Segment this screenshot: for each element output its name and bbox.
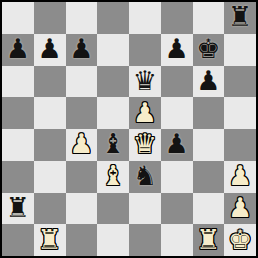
white-king-piece[interactable]: ♚ — [228, 226, 252, 253]
square-c6[interactable] — [66, 66, 98, 98]
square-h7[interactable] — [224, 34, 256, 66]
square-g4[interactable] — [193, 129, 225, 161]
square-g1[interactable]: ♜ — [193, 224, 225, 256]
black-king-piece[interactable]: ♚ — [196, 35, 220, 62]
square-e6[interactable]: ♛ — [129, 66, 161, 98]
square-g2[interactable] — [193, 193, 225, 225]
square-e2[interactable] — [129, 193, 161, 225]
black-pawn-piece[interactable]: ♟ — [38, 35, 62, 62]
black-bishop-piece[interactable]: ♝ — [101, 130, 125, 157]
square-c1[interactable] — [66, 224, 98, 256]
square-a4[interactable] — [2, 129, 34, 161]
square-a7[interactable]: ♟ — [2, 34, 34, 66]
square-e1[interactable] — [129, 224, 161, 256]
square-f4[interactable]: ♟ — [161, 129, 193, 161]
square-b3[interactable] — [34, 161, 66, 193]
square-g8[interactable] — [193, 2, 225, 34]
square-e4[interactable]: ♛ — [129, 129, 161, 161]
white-pawn-piece[interactable]: ♟ — [133, 99, 157, 126]
white-rook-piece[interactable]: ♜ — [196, 226, 220, 253]
square-a2[interactable]: ♜ — [2, 193, 34, 225]
square-d2[interactable] — [97, 193, 129, 225]
square-h8[interactable]: ♜ — [224, 2, 256, 34]
square-f8[interactable] — [161, 2, 193, 34]
black-pawn-piece[interactable]: ♟ — [165, 35, 189, 62]
square-c4[interactable]: ♟ — [66, 129, 98, 161]
black-rook-piece[interactable]: ♜ — [6, 194, 30, 221]
square-b1[interactable]: ♜ — [34, 224, 66, 256]
square-h1[interactable]: ♚ — [224, 224, 256, 256]
white-pawn-piece[interactable]: ♟ — [228, 162, 252, 189]
square-f3[interactable] — [161, 161, 193, 193]
square-b4[interactable] — [34, 129, 66, 161]
black-pawn-piece[interactable]: ♟ — [165, 130, 189, 157]
square-e5[interactable]: ♟ — [129, 97, 161, 129]
square-d4[interactable]: ♝ — [97, 129, 129, 161]
square-h3[interactable]: ♟ — [224, 161, 256, 193]
square-c8[interactable] — [66, 2, 98, 34]
black-pawn-piece[interactable]: ♟ — [196, 67, 220, 94]
square-b2[interactable] — [34, 193, 66, 225]
square-d8[interactable] — [97, 2, 129, 34]
square-d5[interactable] — [97, 97, 129, 129]
white-bishop-piece[interactable]: ♝ — [101, 162, 125, 189]
white-pawn-piece[interactable]: ♟ — [69, 130, 93, 157]
black-pawn-piece[interactable]: ♟ — [69, 35, 93, 62]
square-a3[interactable] — [2, 161, 34, 193]
square-d6[interactable] — [97, 66, 129, 98]
square-c7[interactable]: ♟ — [66, 34, 98, 66]
chess-board: ♜♟♟♟♟♚♛♟♟♟♝♛♟♝♞♟♜♟♜♜♚ — [0, 0, 258, 258]
chess-app: ♜♟♟♟♟♚♛♟♟♟♝♛♟♝♞♟♜♟♜♜♚ — [0, 0, 258, 258]
black-pawn-piece[interactable]: ♟ — [6, 35, 30, 62]
white-rook-piece[interactable]: ♜ — [38, 226, 62, 253]
square-a1[interactable] — [2, 224, 34, 256]
square-d1[interactable] — [97, 224, 129, 256]
square-g7[interactable]: ♚ — [193, 34, 225, 66]
square-b6[interactable] — [34, 66, 66, 98]
black-knight-piece[interactable]: ♞ — [133, 162, 157, 189]
square-a6[interactable] — [2, 66, 34, 98]
square-h6[interactable] — [224, 66, 256, 98]
black-queen-piece[interactable]: ♛ — [133, 67, 157, 94]
black-rook-piece[interactable]: ♜ — [228, 3, 252, 30]
square-f1[interactable] — [161, 224, 193, 256]
square-g6[interactable]: ♟ — [193, 66, 225, 98]
square-b8[interactable] — [34, 2, 66, 34]
square-f6[interactable] — [161, 66, 193, 98]
square-h4[interactable] — [224, 129, 256, 161]
square-d7[interactable] — [97, 34, 129, 66]
square-h2[interactable]: ♟ — [224, 193, 256, 225]
square-c5[interactable] — [66, 97, 98, 129]
square-b5[interactable] — [34, 97, 66, 129]
square-f2[interactable] — [161, 193, 193, 225]
square-e7[interactable] — [129, 34, 161, 66]
square-g5[interactable] — [193, 97, 225, 129]
square-f7[interactable]: ♟ — [161, 34, 193, 66]
square-f5[interactable] — [161, 97, 193, 129]
square-c2[interactable] — [66, 193, 98, 225]
square-a5[interactable] — [2, 97, 34, 129]
white-pawn-piece[interactable]: ♟ — [228, 194, 252, 221]
square-a8[interactable] — [2, 2, 34, 34]
square-h5[interactable] — [224, 97, 256, 129]
white-queen-piece[interactable]: ♛ — [133, 130, 157, 157]
square-c3[interactable] — [66, 161, 98, 193]
square-g3[interactable] — [193, 161, 225, 193]
square-e3[interactable]: ♞ — [129, 161, 161, 193]
square-b7[interactable]: ♟ — [34, 34, 66, 66]
square-d3[interactable]: ♝ — [97, 161, 129, 193]
square-e8[interactable] — [129, 2, 161, 34]
